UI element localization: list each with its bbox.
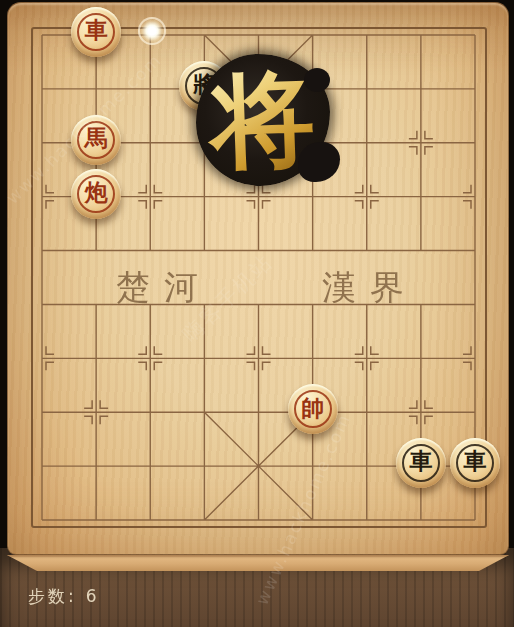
- board-front-edge: [7, 555, 509, 571]
- check-stamp: 将: [196, 54, 330, 186]
- step-counter-label: 步数:: [28, 586, 77, 606]
- piece-ring: 車: [77, 13, 115, 51]
- piece-glyph: 車: [464, 450, 487, 473]
- piece-red-horse[interactable]: 馬: [71, 115, 121, 165]
- check-stamp-glyph: 将: [194, 52, 333, 189]
- piece-ring: 車: [402, 444, 440, 482]
- piece-black-chariot-2[interactable]: 車: [450, 438, 500, 488]
- piece-glyph: 帥: [301, 397, 324, 420]
- piece-glyph: 車: [85, 19, 108, 42]
- piece-red-general[interactable]: 帥: [288, 384, 338, 434]
- piece-ring: 車: [456, 444, 494, 482]
- piece-ring: 馬: [77, 121, 115, 159]
- piece-ring: 帥: [294, 390, 332, 428]
- piece-glyph: 馬: [85, 127, 108, 150]
- piece-red-cannon[interactable]: 炮: [71, 169, 121, 219]
- piece-glyph: 車: [409, 450, 432, 473]
- piece-ring: 炮: [77, 175, 115, 213]
- step-counter: 步数:6: [28, 585, 97, 608]
- piece-glyph: 炮: [85, 181, 108, 204]
- screenshot-root: { "game": "xiangqi (Chinese Chess) endga…: [0, 0, 514, 627]
- step-counter-value: 6: [86, 586, 97, 606]
- last-move-sparkle-icon: [138, 17, 166, 45]
- piece-black-chariot-1[interactable]: 車: [396, 438, 446, 488]
- piece-red-chariot[interactable]: 車: [71, 7, 121, 57]
